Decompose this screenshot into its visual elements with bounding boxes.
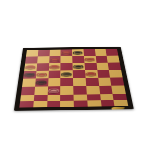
board-square[interactable] bbox=[110, 77, 124, 85]
board-square[interactable] bbox=[73, 86, 86, 95]
board-square[interactable]: ⛂ bbox=[85, 70, 98, 78]
board-square[interactable] bbox=[86, 86, 100, 95]
board-square[interactable]: ⛂ bbox=[61, 70, 73, 78]
red-checker-piece[interactable]: ⛂ bbox=[84, 56, 95, 63]
board-square[interactable] bbox=[48, 70, 61, 78]
board-square[interactable] bbox=[73, 78, 86, 86]
board-square[interactable]: ⛂ bbox=[84, 56, 96, 63]
board-square[interactable] bbox=[99, 86, 113, 95]
black-checker-piece[interactable]: ⛂ bbox=[61, 70, 72, 78]
board-square[interactable] bbox=[47, 101, 61, 107]
board-square[interactable] bbox=[73, 70, 86, 78]
brand-logo-mark bbox=[111, 107, 125, 109]
board-square[interactable]: ⛂ bbox=[23, 71, 36, 79]
red-checker-piece[interactable]: ⛂ bbox=[49, 63, 60, 70]
checkers-board: ⛂⛂⛂⛂⛂⛂⛂⛂⛂⛂⛂⛂⛂ bbox=[14, 47, 134, 111]
board-square[interactable] bbox=[74, 100, 88, 106]
board-square[interactable]: ⛂ bbox=[47, 86, 60, 95]
board-square[interactable]: ⛂ bbox=[35, 78, 48, 86]
board-square[interactable] bbox=[22, 78, 36, 86]
photo-background: ⛂⛂⛂⛂⛂⛂⛂⛂⛂⛂⛂⛂⛂ bbox=[0, 0, 150, 150]
board-square[interactable] bbox=[114, 100, 129, 106]
black-checker-piece[interactable]: ⛂ bbox=[24, 71, 36, 79]
board-square[interactable]: ⛂ bbox=[72, 49, 84, 56]
red-checker-piece[interactable]: ⛂ bbox=[85, 70, 97, 78]
board-square[interactable] bbox=[109, 70, 123, 78]
black-checker-piece[interactable]: ⛂ bbox=[72, 49, 83, 56]
board-square[interactable]: ⛂ bbox=[61, 49, 73, 56]
board-square[interactable] bbox=[100, 100, 114, 106]
board-square[interactable]: ⛂ bbox=[72, 63, 84, 70]
black-checker-piece[interactable]: ⛂ bbox=[73, 63, 84, 70]
board-square[interactable] bbox=[111, 85, 125, 94]
black-checker-piece[interactable]: ⛂ bbox=[35, 78, 47, 86]
board-square[interactable] bbox=[33, 101, 47, 107]
board-square[interactable] bbox=[34, 86, 48, 95]
board-square[interactable] bbox=[21, 87, 35, 96]
board-square[interactable]: ⛂ bbox=[48, 63, 60, 70]
board-square[interactable] bbox=[19, 101, 33, 107]
board-square[interactable] bbox=[60, 78, 73, 86]
board-square[interactable] bbox=[60, 101, 74, 107]
faded-red-checker-piece[interactable]: ⛂ bbox=[48, 86, 60, 95]
board-square[interactable] bbox=[87, 100, 101, 106]
board-square[interactable] bbox=[60, 86, 73, 95]
board-grid: ⛂⛂⛂⛂⛂⛂⛂⛂⛂⛂⛂⛂⛂ bbox=[19, 49, 128, 108]
board-square[interactable] bbox=[85, 78, 98, 86]
red-checker-piece[interactable]: ⛂ bbox=[61, 49, 72, 56]
